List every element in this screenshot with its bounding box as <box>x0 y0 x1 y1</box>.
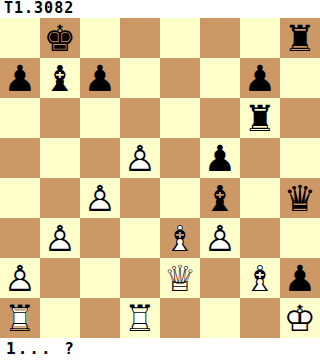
piece-black-pawn[interactable]: ♟ <box>80 58 120 98</box>
square-d2[interactable] <box>120 258 160 298</box>
piece-black-bishop[interactable]: ♝ <box>40 58 80 98</box>
square-e6[interactable] <box>160 98 200 138</box>
white-piece-outline: ♖ <box>0 298 40 338</box>
chess-board: ♚♜♟♝♟♟♜♟♙♟♟♙♝♛♟♙♝♗♟♙♟♙♛♕♝♗♟♜♖♜♖♚♔ <box>0 18 320 338</box>
square-b4[interactable] <box>40 178 80 218</box>
piece-white-rook[interactable]: ♜♖ <box>0 298 40 338</box>
square-c4[interactable]: ♟♙ <box>80 178 120 218</box>
square-h5[interactable] <box>280 138 320 178</box>
square-h7[interactable] <box>280 58 320 98</box>
square-f6[interactable] <box>200 98 240 138</box>
white-piece-outline: ♗ <box>160 218 200 258</box>
black-piece-glyph: ♟ <box>80 58 120 98</box>
piece-black-pawn[interactable]: ♟ <box>280 258 320 298</box>
white-piece-outline: ♙ <box>120 138 160 178</box>
piece-black-pawn[interactable]: ♟ <box>0 58 40 98</box>
piece-white-pawn[interactable]: ♟♙ <box>120 138 160 178</box>
white-piece-outline: ♗ <box>240 258 280 298</box>
piece-white-rook[interactable]: ♜♖ <box>120 298 160 338</box>
piece-white-pawn[interactable]: ♟♙ <box>40 218 80 258</box>
puzzle-id: T1.3082 <box>0 0 320 18</box>
square-g3[interactable] <box>240 218 280 258</box>
square-a1[interactable]: ♜♖ <box>0 298 40 338</box>
piece-white-king[interactable]: ♚♔ <box>280 298 320 338</box>
piece-black-bishop[interactable]: ♝ <box>200 178 240 218</box>
piece-white-bishop[interactable]: ♝♗ <box>240 258 280 298</box>
black-piece-glyph: ♟ <box>0 58 40 98</box>
square-g6[interactable]: ♜ <box>240 98 280 138</box>
square-b7[interactable]: ♝ <box>40 58 80 98</box>
square-e8[interactable] <box>160 18 200 58</box>
square-d3[interactable] <box>120 218 160 258</box>
black-piece-glyph: ♝ <box>40 58 80 98</box>
square-d7[interactable] <box>120 58 160 98</box>
piece-black-king[interactable]: ♚ <box>40 18 80 58</box>
square-f4[interactable]: ♝ <box>200 178 240 218</box>
square-a8[interactable] <box>0 18 40 58</box>
white-piece-outline: ♖ <box>120 298 160 338</box>
piece-black-rook[interactable]: ♜ <box>240 98 280 138</box>
square-g4[interactable] <box>240 178 280 218</box>
square-g2[interactable]: ♝♗ <box>240 258 280 298</box>
black-piece-glyph: ♝ <box>200 178 240 218</box>
square-c7[interactable]: ♟ <box>80 58 120 98</box>
square-d5[interactable]: ♟♙ <box>120 138 160 178</box>
square-b6[interactable] <box>40 98 80 138</box>
square-f8[interactable] <box>200 18 240 58</box>
black-piece-glyph: ♚ <box>40 18 80 58</box>
square-f7[interactable] <box>200 58 240 98</box>
square-c3[interactable] <box>80 218 120 258</box>
square-c6[interactable] <box>80 98 120 138</box>
square-g5[interactable] <box>240 138 280 178</box>
square-c8[interactable] <box>80 18 120 58</box>
square-h4[interactable]: ♛ <box>280 178 320 218</box>
white-piece-outline: ♔ <box>280 298 320 338</box>
square-e5[interactable] <box>160 138 200 178</box>
square-f5[interactable]: ♟ <box>200 138 240 178</box>
piece-white-bishop[interactable]: ♝♗ <box>160 218 200 258</box>
square-e4[interactable] <box>160 178 200 218</box>
square-a4[interactable] <box>0 178 40 218</box>
square-g1[interactable] <box>240 298 280 338</box>
square-b3[interactable]: ♟♙ <box>40 218 80 258</box>
piece-white-pawn[interactable]: ♟♙ <box>80 178 120 218</box>
square-d1[interactable]: ♜♖ <box>120 298 160 338</box>
piece-white-queen[interactable]: ♛♕ <box>160 258 200 298</box>
square-d4[interactable] <box>120 178 160 218</box>
square-d6[interactable] <box>120 98 160 138</box>
square-c1[interactable] <box>80 298 120 338</box>
square-d8[interactable] <box>120 18 160 58</box>
black-piece-glyph: ♜ <box>280 18 320 58</box>
black-piece-glyph: ♟ <box>280 258 320 298</box>
piece-white-pawn[interactable]: ♟♙ <box>200 218 240 258</box>
black-piece-glyph: ♟ <box>240 58 280 98</box>
square-c2[interactable] <box>80 258 120 298</box>
black-piece-glyph: ♛ <box>280 178 320 218</box>
piece-black-rook[interactable]: ♜ <box>280 18 320 58</box>
square-g8[interactable] <box>240 18 280 58</box>
white-piece-outline: ♙ <box>40 218 80 258</box>
piece-black-pawn[interactable]: ♟ <box>240 58 280 98</box>
square-a6[interactable] <box>0 98 40 138</box>
square-a2[interactable]: ♟♙ <box>0 258 40 298</box>
white-piece-outline: ♙ <box>80 178 120 218</box>
white-piece-outline: ♙ <box>0 258 40 298</box>
square-a7[interactable]: ♟ <box>0 58 40 98</box>
square-a3[interactable] <box>0 218 40 258</box>
square-h8[interactable]: ♜ <box>280 18 320 58</box>
white-piece-outline: ♕ <box>160 258 200 298</box>
move-prompt: 1... ? <box>0 338 320 360</box>
square-e3[interactable]: ♝♗ <box>160 218 200 258</box>
square-g7[interactable]: ♟ <box>240 58 280 98</box>
black-piece-glyph: ♜ <box>240 98 280 138</box>
square-b2[interactable] <box>40 258 80 298</box>
white-piece-outline: ♙ <box>200 218 240 258</box>
square-h3[interactable] <box>280 218 320 258</box>
black-piece-glyph: ♟ <box>200 138 240 178</box>
square-b1[interactable] <box>40 298 80 338</box>
square-h1[interactable]: ♚♔ <box>280 298 320 338</box>
square-b5[interactable] <box>40 138 80 178</box>
square-h6[interactable] <box>280 98 320 138</box>
square-h2[interactable]: ♟ <box>280 258 320 298</box>
square-b8[interactable]: ♚ <box>40 18 80 58</box>
square-e7[interactable] <box>160 58 200 98</box>
square-f3[interactable]: ♟♙ <box>200 218 240 258</box>
square-a5[interactable] <box>0 138 40 178</box>
square-e2[interactable]: ♛♕ <box>160 258 200 298</box>
square-e1[interactable] <box>160 298 200 338</box>
square-c5[interactable] <box>80 138 120 178</box>
piece-black-queen[interactable]: ♛ <box>280 178 320 218</box>
piece-black-pawn[interactable]: ♟ <box>200 138 240 178</box>
piece-white-pawn[interactable]: ♟♙ <box>0 258 40 298</box>
square-f2[interactable] <box>200 258 240 298</box>
square-f1[interactable] <box>200 298 240 338</box>
